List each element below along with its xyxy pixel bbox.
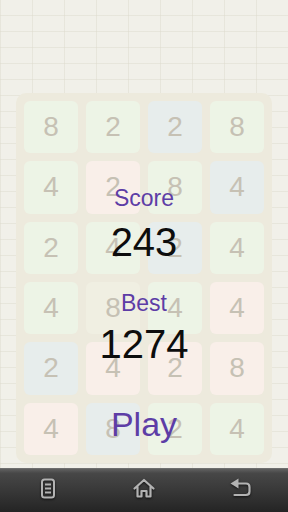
app-screen: 822842842424484424284824 Score 243 Best …: [0, 0, 288, 512]
home-icon: [130, 475, 158, 506]
tile-r5c4: 8: [210, 342, 264, 394]
tile-r2c3: 8: [148, 161, 202, 213]
tile-r5c2: 4: [86, 342, 140, 394]
tile-r1c4: 8: [210, 101, 264, 153]
tile-r1c1: 8: [24, 101, 78, 153]
tile-r4c1: 4: [24, 282, 78, 334]
tile-r4c2: 8: [86, 282, 140, 334]
menu-icon: [35, 476, 61, 505]
tile-r4c4: 4: [210, 282, 264, 334]
tile-r3c3: 2: [148, 222, 202, 274]
tile-r2c2: 2: [86, 161, 140, 213]
tile-r1c2: 2: [86, 101, 140, 153]
android-navbar: [0, 468, 288, 512]
tile-r5c1: 2: [24, 342, 78, 394]
tile-r5c3: 2: [148, 342, 202, 394]
tile-r3c2: 4: [86, 222, 140, 274]
tile-r2c1: 4: [24, 161, 78, 213]
back-icon: [226, 475, 254, 506]
tile-r1c3: 2: [148, 101, 202, 153]
play-button[interactable]: Play: [0, 405, 288, 444]
back-button[interactable]: [192, 469, 288, 512]
tile-r2c4: 4: [210, 161, 264, 213]
tile-r3c1: 2: [24, 222, 78, 274]
home-button[interactable]: [96, 469, 192, 512]
tile-r3c4: 4: [210, 222, 264, 274]
menu-button[interactable]: [0, 469, 96, 512]
tile-r4c3: 4: [148, 282, 202, 334]
